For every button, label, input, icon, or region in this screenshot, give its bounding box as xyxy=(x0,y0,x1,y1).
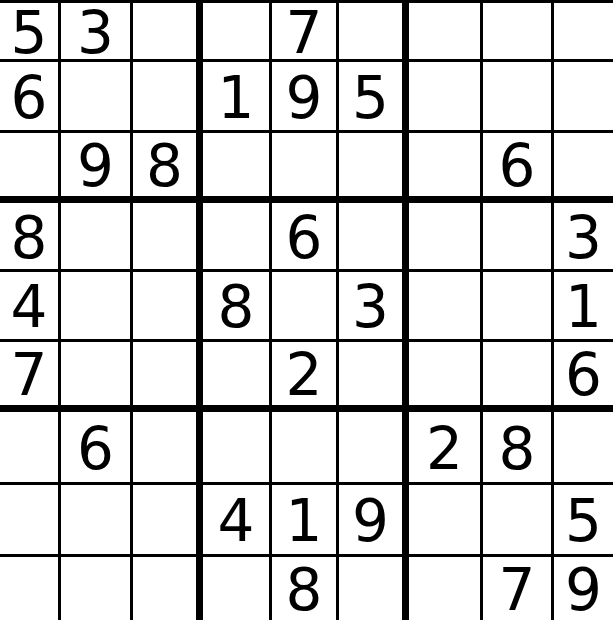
cell-r6c9[interactable]: 6 xyxy=(554,342,613,412)
cell-r5c4[interactable]: 8 xyxy=(203,272,272,342)
cell-r1c5[interactable]: 7 xyxy=(272,3,339,62)
cell-r4c7[interactable] xyxy=(409,203,483,272)
cell-r2c3[interactable] xyxy=(133,62,203,133)
sudoku-board: 537619598686348317266284195879 xyxy=(0,0,613,620)
cell-r9c9[interactable]: 9 xyxy=(554,557,613,620)
cell-r8c8[interactable] xyxy=(483,485,554,557)
cell-r7c9[interactable] xyxy=(554,412,613,485)
cell-r2c6[interactable]: 5 xyxy=(339,62,409,133)
cell-r4c1[interactable]: 8 xyxy=(0,203,61,272)
cell-r9c3[interactable] xyxy=(133,557,203,620)
cell-r1c3[interactable] xyxy=(133,3,203,62)
cell-r4c5[interactable]: 6 xyxy=(272,203,339,272)
cell-r2c4[interactable]: 1 xyxy=(203,62,272,133)
cell-r2c8[interactable] xyxy=(483,62,554,133)
cell-r9c5[interactable]: 8 xyxy=(272,557,339,620)
cell-r7c1[interactable] xyxy=(0,412,61,485)
cell-r7c2[interactable]: 6 xyxy=(61,412,133,485)
cell-r1c8[interactable] xyxy=(483,3,554,62)
cell-r9c4[interactable] xyxy=(203,557,272,620)
cell-r1c2[interactable]: 3 xyxy=(61,3,133,62)
cell-r1c9[interactable] xyxy=(554,3,613,62)
cell-r3c4[interactable] xyxy=(203,133,272,203)
cell-r4c8[interactable] xyxy=(483,203,554,272)
cell-r1c4[interactable] xyxy=(203,3,272,62)
cell-r7c7[interactable]: 2 xyxy=(409,412,483,485)
cell-r6c3[interactable] xyxy=(133,342,203,412)
cell-r8c5[interactable]: 1 xyxy=(272,485,339,557)
cell-r5c8[interactable] xyxy=(483,272,554,342)
cell-r2c5[interactable]: 9 xyxy=(272,62,339,133)
cell-r9c1[interactable] xyxy=(0,557,61,620)
cell-r6c8[interactable] xyxy=(483,342,554,412)
cell-r6c4[interactable] xyxy=(203,342,272,412)
cell-r4c6[interactable] xyxy=(339,203,409,272)
cell-r3c5[interactable] xyxy=(272,133,339,203)
cell-r6c6[interactable] xyxy=(339,342,409,412)
cell-r9c2[interactable] xyxy=(61,557,133,620)
cell-r6c1[interactable]: 7 xyxy=(0,342,61,412)
cell-r7c6[interactable] xyxy=(339,412,409,485)
cell-r3c1[interactable] xyxy=(0,133,61,203)
cell-r8c1[interactable] xyxy=(0,485,61,557)
cell-r9c8[interactable]: 7 xyxy=(483,557,554,620)
cell-r8c4[interactable]: 4 xyxy=(203,485,272,557)
cell-r2c9[interactable] xyxy=(554,62,613,133)
cell-r7c8[interactable]: 8 xyxy=(483,412,554,485)
cell-r5c3[interactable] xyxy=(133,272,203,342)
cell-r8c9[interactable]: 5 xyxy=(554,485,613,557)
cell-r2c1[interactable]: 6 xyxy=(0,62,61,133)
cell-r8c6[interactable]: 9 xyxy=(339,485,409,557)
cell-r8c7[interactable] xyxy=(409,485,483,557)
cell-r6c7[interactable] xyxy=(409,342,483,412)
cell-r1c1[interactable]: 5 xyxy=(0,3,61,62)
cell-r5c1[interactable]: 4 xyxy=(0,272,61,342)
cell-r7c4[interactable] xyxy=(203,412,272,485)
cell-r5c9[interactable]: 1 xyxy=(554,272,613,342)
cell-r9c7[interactable] xyxy=(409,557,483,620)
cell-r8c2[interactable] xyxy=(61,485,133,557)
cell-r1c7[interactable] xyxy=(409,3,483,62)
cell-r6c5[interactable]: 2 xyxy=(272,342,339,412)
cell-r3c8[interactable]: 6 xyxy=(483,133,554,203)
cell-r3c7[interactable] xyxy=(409,133,483,203)
cell-r5c6[interactable]: 3 xyxy=(339,272,409,342)
cell-r3c9[interactable] xyxy=(554,133,613,203)
cell-r5c2[interactable] xyxy=(61,272,133,342)
cell-r9c6[interactable] xyxy=(339,557,409,620)
cell-r5c7[interactable] xyxy=(409,272,483,342)
cell-r2c7[interactable] xyxy=(409,62,483,133)
cell-r4c4[interactable] xyxy=(203,203,272,272)
cell-r4c9[interactable]: 3 xyxy=(554,203,613,272)
cell-r7c3[interactable] xyxy=(133,412,203,485)
cell-r3c6[interactable] xyxy=(339,133,409,203)
cell-r1c6[interactable] xyxy=(339,3,409,62)
cell-r7c5[interactable] xyxy=(272,412,339,485)
cell-r3c2[interactable]: 9 xyxy=(61,133,133,203)
cell-r4c2[interactable] xyxy=(61,203,133,272)
cell-r4c3[interactable] xyxy=(133,203,203,272)
cell-r6c2[interactable] xyxy=(61,342,133,412)
cell-r5c5[interactable] xyxy=(272,272,339,342)
cell-r3c3[interactable]: 8 xyxy=(133,133,203,203)
cell-r2c2[interactable] xyxy=(61,62,133,133)
cell-r8c3[interactable] xyxy=(133,485,203,557)
